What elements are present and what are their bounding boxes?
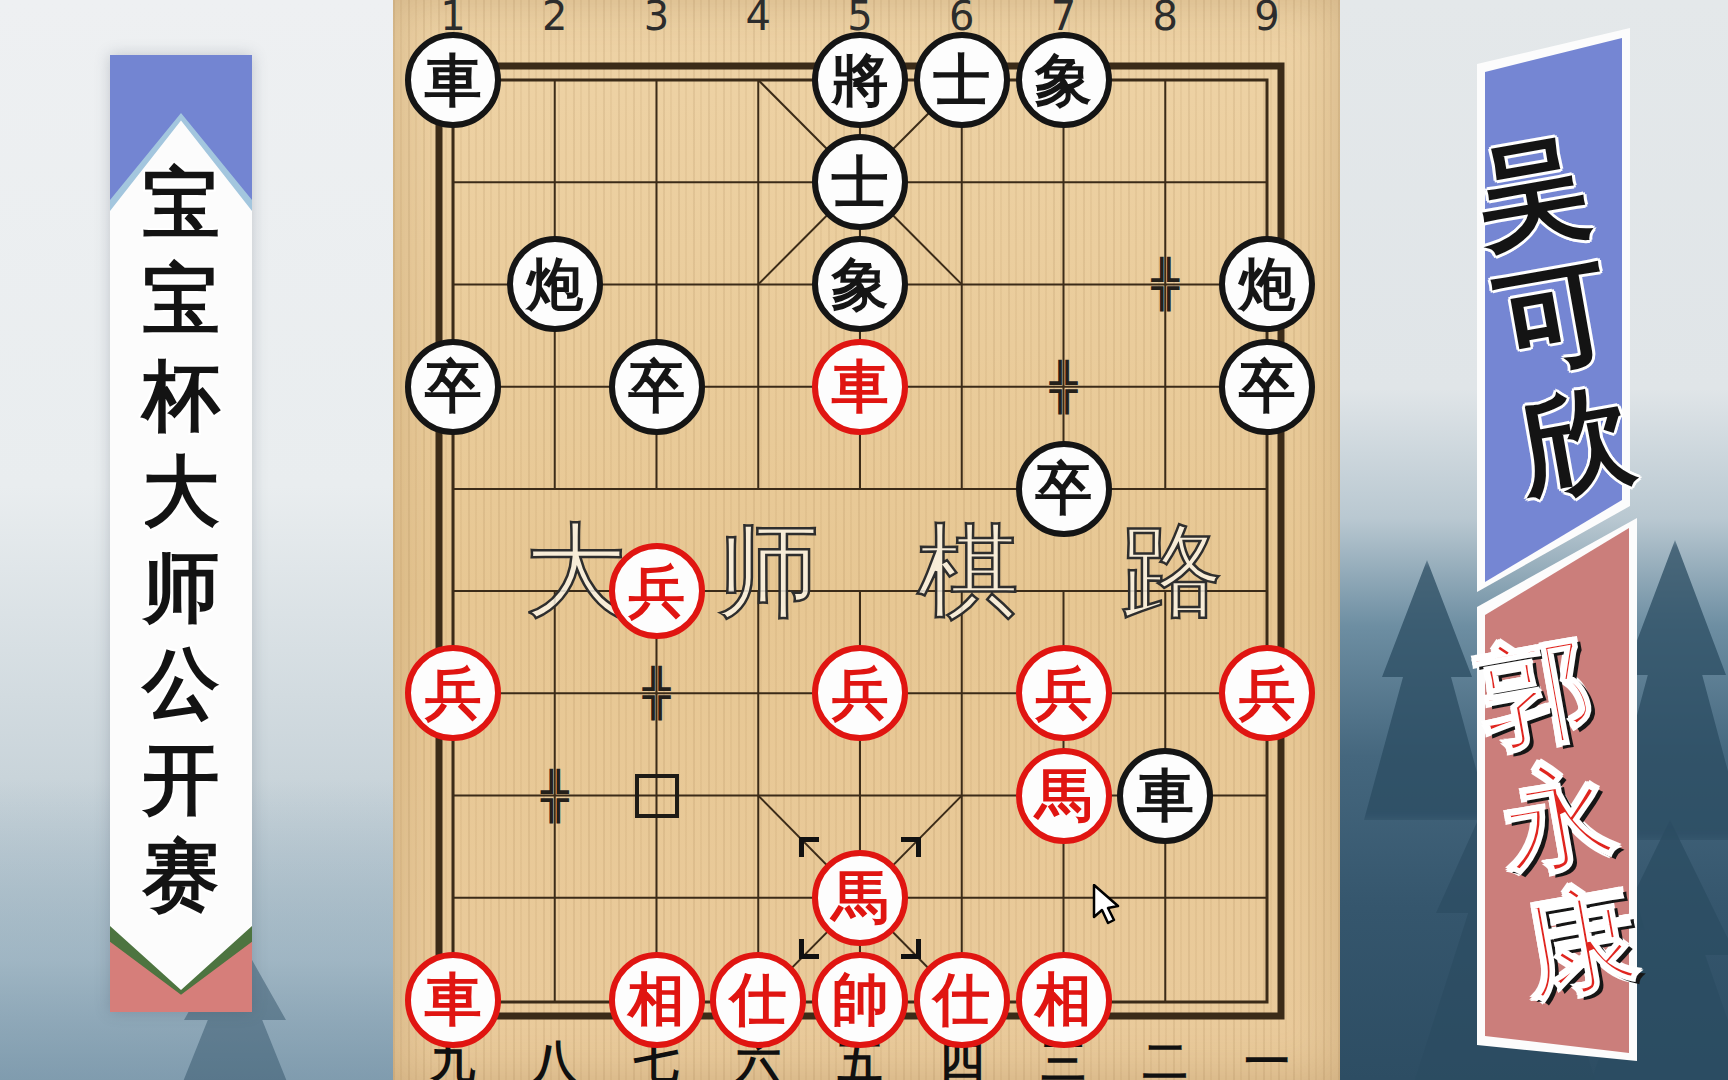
event-banner-char: 宝 [143,153,220,257]
column-number: 3 [644,0,669,39]
event-banner: 宝宝杯大师公开赛 [110,55,252,1012]
piece-black-chariot[interactable]: 車 [405,32,501,128]
piece-red-horse[interactable]: 馬 [1016,748,1112,844]
event-banner-char: 杯 [143,345,220,449]
piece-black-elephant[interactable]: 象 [1016,32,1112,128]
player-name-char: 康 [1514,869,1646,1013]
event-banner-char: 赛 [143,825,220,929]
bracket-corner [799,837,819,857]
piece-black-advisor[interactable]: 士 [914,32,1010,128]
player-name-char: 可 [1488,245,1620,389]
last-move-square-marker [635,774,679,818]
piece-black-cannon[interactable]: 炮 [507,236,603,332]
column-number: 2 [542,0,567,39]
piece-red-advisor[interactable]: 仕 [914,952,1010,1048]
player-name-char: 永 [1492,745,1624,889]
piece-red-general[interactable]: 帥 [812,952,908,1048]
player-name-char: 欣 [1510,369,1642,513]
bracket-corner [901,939,921,959]
rank-label: 八 [532,1032,577,1080]
bracket-corner [799,939,819,959]
piece-black-elephant[interactable]: 象 [812,236,908,332]
piece-red-elephant[interactable]: 相 [1016,952,1112,1048]
piece-black-advisor[interactable]: 士 [812,134,908,230]
piece-red-chariot[interactable]: 車 [812,339,908,435]
piece-black-soldier[interactable]: 卒 [1219,339,1315,435]
piece-black-cannon[interactable]: 炮 [1219,236,1315,332]
mouse-cursor-icon [1092,884,1126,928]
column-number: 8 [1153,0,1178,39]
column-number: 4 [746,0,771,39]
piece-red-soldier[interactable]: 兵 [609,543,705,639]
piece-red-advisor[interactable]: 仕 [710,952,806,1048]
piece-black-soldier[interactable]: 卒 [1016,441,1112,537]
point-marker-cross: ╬ [1050,360,1078,414]
piece-black-general[interactable]: 將 [812,32,908,128]
selected-piece-brackets [799,837,921,959]
point-marker-cross: ╬ [541,769,569,823]
piece-red-soldier[interactable]: 兵 [1219,645,1315,741]
point-marker-cross: ╬ [643,666,671,720]
river-watermark-text: 棋 [917,504,1019,641]
point-marker-cross: ╬ [1151,257,1179,311]
piece-red-elephant[interactable]: 相 [609,952,705,1048]
river-watermark-text: 师 [717,504,819,641]
event-banner-char: 公 [143,633,220,737]
piece-black-soldier[interactable]: 卒 [609,339,705,435]
piece-red-soldier[interactable]: 兵 [1016,645,1112,741]
event-banner-char: 大 [143,441,220,545]
event-banner-char: 师 [143,537,220,641]
event-banner-char: 开 [143,729,220,833]
piece-black-soldier[interactable]: 卒 [405,339,501,435]
bracket-corner [901,837,921,857]
piece-red-soldier[interactable]: 兵 [812,645,908,741]
column-number: 9 [1254,0,1279,39]
piece-red-chariot[interactable]: 車 [405,952,501,1048]
player-name-char: 吴 [1466,121,1598,265]
piece-red-soldier[interactable]: 兵 [405,645,501,741]
rank-label: 二 [1143,1032,1188,1080]
rank-label: 一 [1245,1032,1290,1080]
scene: 123456789九八七六五四三二一大师棋路 ╬╬╬╬ 車將士象士炮象炮卒卒車卒… [0,0,1728,1080]
player-name-char: 郭 [1470,621,1602,765]
river-watermark-text: 路 [1121,504,1223,641]
piece-black-chariot[interactable]: 車 [1117,748,1213,844]
event-banner-char: 宝 [143,249,220,353]
